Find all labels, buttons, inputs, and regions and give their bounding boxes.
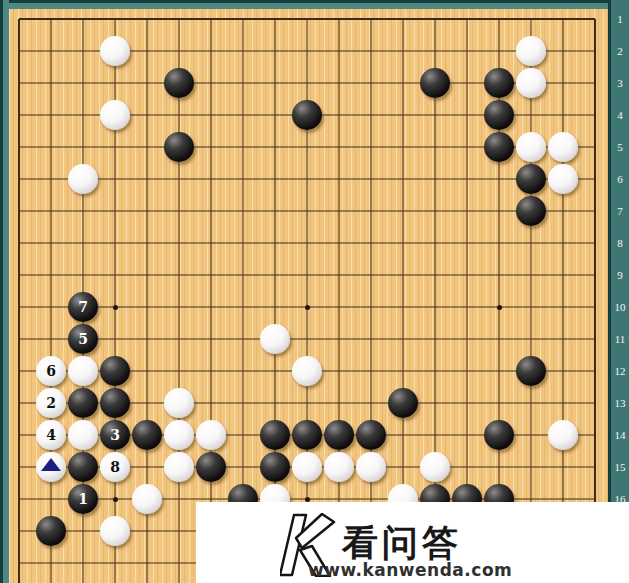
- stone-white: [356, 452, 386, 482]
- row-coordinate-label: 1: [611, 13, 629, 26]
- row-coordinate-label: 5: [611, 141, 629, 154]
- stone-white: [516, 36, 546, 66]
- stone-black: [100, 356, 130, 386]
- row-coordinate-label: 14: [611, 429, 629, 442]
- row-coordinate-label: 7: [611, 205, 629, 218]
- board-border-top: [0, 0, 629, 9]
- stone-black: [164, 132, 194, 162]
- stone-black: [260, 420, 290, 450]
- stone-black: [484, 132, 514, 162]
- row-coordinate-label: 8: [611, 237, 629, 250]
- row-coordinate-label: 6: [611, 173, 629, 186]
- stone-black: [484, 68, 514, 98]
- stone-white: [548, 132, 578, 162]
- row-coordinate-label: 10: [611, 301, 629, 314]
- move-number-label: 7: [68, 292, 98, 322]
- stone-black: 7: [68, 292, 98, 322]
- star-point: [113, 497, 118, 502]
- row-coordinate-label: 15: [611, 461, 629, 474]
- stone-black: [292, 100, 322, 130]
- stone-white: [68, 356, 98, 386]
- stone-white: [100, 36, 130, 66]
- stone-white: [164, 452, 194, 482]
- stone-black: [196, 452, 226, 482]
- stone-black: [388, 388, 418, 418]
- stone-white: [132, 484, 162, 514]
- stone-white: [164, 420, 194, 450]
- stone-black: [100, 388, 130, 418]
- stone-white: [548, 420, 578, 450]
- row-coordinate-label: 9: [611, 269, 629, 282]
- stone-white: 2: [36, 388, 66, 418]
- move-number-label: 1: [68, 484, 98, 514]
- move-number-label: 6: [36, 356, 66, 386]
- go-board: 75624381: [0, 0, 608, 583]
- stone-black: [164, 68, 194, 98]
- stone-black: [324, 420, 354, 450]
- move-number-label: 3: [100, 420, 130, 450]
- stone-black: 1: [68, 484, 98, 514]
- stone-white: [260, 324, 290, 354]
- stone-white: [100, 100, 130, 130]
- stone-white: [420, 452, 450, 482]
- row-coordinates-strip: 12345678910111213141516: [608, 0, 629, 583]
- stone-white: [548, 164, 578, 194]
- watermark-title: 看问答: [342, 524, 462, 562]
- stone-white: [324, 452, 354, 482]
- stone-black: [68, 452, 98, 482]
- stone-black: 5: [68, 324, 98, 354]
- row-coordinate-label: 13: [611, 397, 629, 410]
- stone-black: [132, 420, 162, 450]
- stone-white: [516, 68, 546, 98]
- star-point: [305, 305, 310, 310]
- watermark: 看问答 www.kanwenda.com: [196, 502, 629, 583]
- stone-white: 8: [100, 452, 130, 482]
- row-coordinate-label: 3: [611, 77, 629, 90]
- stone-white: [164, 388, 194, 418]
- move-number-label: 2: [36, 388, 66, 418]
- stone-white: 6: [36, 356, 66, 386]
- row-coordinate-label: 11: [611, 333, 629, 346]
- go-diagram-screenshot: 75624381 12345678910111213141516 看问答 www…: [0, 0, 629, 583]
- stone-black: [260, 452, 290, 482]
- stone-black: [292, 420, 322, 450]
- stone-white: [292, 452, 322, 482]
- stone-black: [516, 196, 546, 226]
- star-point: [497, 305, 502, 310]
- row-coordinate-label: 4: [611, 109, 629, 122]
- move-number-label: 8: [100, 452, 130, 482]
- stone-black: [484, 420, 514, 450]
- star-point: [305, 497, 310, 502]
- stone-white: [516, 132, 546, 162]
- move-number-label: 4: [36, 420, 66, 450]
- stone-white: [68, 420, 98, 450]
- stone-black: [68, 388, 98, 418]
- stone-black: [36, 516, 66, 546]
- stone-black: [516, 164, 546, 194]
- row-coordinate-label: 12: [611, 365, 629, 378]
- watermark-url: www.kanwenda.com: [308, 561, 512, 579]
- stone-white: 4: [36, 420, 66, 450]
- row-coordinate-label: 2: [611, 45, 629, 58]
- stone-white: [68, 164, 98, 194]
- stone-black: [516, 356, 546, 386]
- stone-white: [100, 516, 130, 546]
- star-point: [113, 305, 118, 310]
- stone-black: [356, 420, 386, 450]
- stone-black: [484, 100, 514, 130]
- move-number-label: 5: [68, 324, 98, 354]
- triangle-marker: [41, 458, 61, 471]
- stone-black: 3: [100, 420, 130, 450]
- stone-white: [196, 420, 226, 450]
- stone-black: [420, 68, 450, 98]
- stone-white: [292, 356, 322, 386]
- board-border-left: [0, 0, 9, 583]
